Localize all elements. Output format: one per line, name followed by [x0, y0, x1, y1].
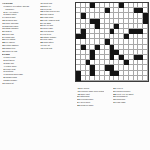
clue-text: Went first [43, 47, 75, 49]
clue-number: 10 [2, 82, 5, 84]
clue-column-left-1-content: ACROSS1Sample of a sticky spread, inform… [2, 2, 38, 84]
across-section-header: ACROSS [2, 2, 38, 5]
clue-number: 43 [40, 47, 43, 49]
clue-number: 55 [77, 104, 80, 106]
clue-61: 61Fish eggs [113, 101, 149, 103]
clue-text: Gazes at [5, 82, 38, 84]
clue-36: 36Came to rest [2, 50, 38, 52]
clue-1: 1Sample of a sticky spread, informally [2, 5, 38, 10]
clue-text: Sample of a sticky spread, informally [5, 5, 38, 10]
clue-column-below-grid-1: 45Dry gulch46Perfume base from petals48O… [77, 87, 111, 148]
clue-text: Mess up badly [80, 104, 111, 106]
clue-column-left-1: ACROSS1Sample of a sticky spread, inform… [2, 2, 38, 148]
clue-column-below-grid-2: 56Hem in57Mauna follower58Fleet VIP, for… [113, 87, 149, 148]
clue-10: 10Gazes at [2, 82, 38, 84]
clue-column-below-grid-1-content: 45Dry gulch46Perfume base from petals48O… [77, 87, 111, 106]
clue-number: 1 [2, 5, 5, 10]
crossword-page: ACROSS1Sample of a sticky spread, inform… [0, 0, 150, 150]
clue-43: 43Went first [40, 47, 75, 49]
crossword-grid[interactable] [75, 2, 149, 82]
down-section-header: DOWN [2, 53, 38, 56]
clue-number: 36 [2, 50, 5, 52]
grid-cell-r15c15[interactable] [143, 76, 148, 81]
clue-text: Fish eggs [116, 101, 149, 103]
clue-column-below-grid-2-content: 56Hem in57Mauna follower58Fleet VIP, for… [113, 87, 149, 103]
clue-column-left-2: 11Court org.12Born: Fr.13Fox's lair18Myt… [40, 2, 75, 148]
clue-text: Came to rest [5, 50, 38, 52]
clue-55: 55Mess up badly [77, 104, 111, 106]
clue-column-left-2-content: 11Court org.12Born: Fr.13Fox's lair18Myt… [40, 2, 75, 49]
clue-number: 61 [113, 101, 116, 103]
